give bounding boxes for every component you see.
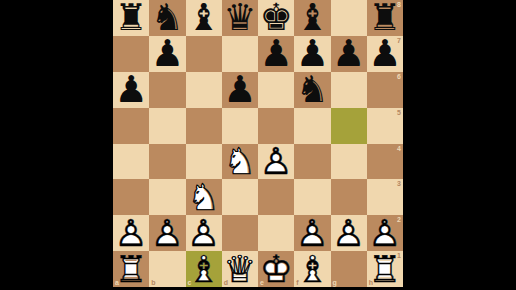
piece-glyph-fill: ♝ [294, 0, 330, 36]
square-e1[interactable]: e♚♔ [258, 251, 294, 287]
square-d4[interactable]: ♞♘ [222, 144, 258, 180]
square-a3[interactable] [113, 179, 149, 215]
square-d6[interactable]: ♟ [222, 72, 258, 108]
square-b2[interactable]: ♟♙ [149, 215, 185, 251]
square-f6[interactable]: ♞ [294, 72, 330, 108]
square-d7[interactable] [222, 36, 258, 72]
piece-glyph-fill: ♜ [113, 0, 149, 36]
square-d2[interactable] [222, 215, 258, 251]
coord-file-e: e [260, 279, 264, 286]
square-c8[interactable]: ♝ [186, 0, 222, 36]
square-h4[interactable]: 4 [367, 144, 403, 180]
piece-black-bishop[interactable]: ♝ [294, 0, 330, 36]
piece-glyph-fill: ♚ [258, 0, 294, 36]
piece-glyph-outline: ♘ [222, 144, 258, 180]
coord-file-f: f [296, 279, 298, 286]
piece-black-pawn[interactable]: ♟ [113, 72, 149, 108]
piece-glyph-fill: ♝ [186, 0, 222, 36]
coord-rank-2: 2 [397, 216, 401, 223]
square-c3[interactable]: ♞♘ [186, 179, 222, 215]
square-c4[interactable] [186, 144, 222, 180]
coord-file-d: d [224, 279, 228, 286]
piece-black-pawn[interactable]: ♟ [331, 36, 367, 72]
square-g6[interactable] [331, 72, 367, 108]
app-screen: ♜♞♝♛♚♝8♜♟♟♟♟7♟♟♟♞65♞♘♟♙4♞♘3♟♙♟♙♟♙♟♙♟♙2♟♙… [0, 0, 516, 290]
chess-board: ♜♞♝♛♚♝8♜♟♟♟♟7♟♟♟♞65♞♘♟♙4♞♘3♟♙♟♙♟♙♟♙♟♙2♟♙… [113, 0, 403, 287]
piece-glyph-outline: ♗ [294, 251, 330, 287]
coord-rank-5: 5 [397, 109, 401, 116]
square-b3[interactable] [149, 179, 185, 215]
coord-file-c: c [188, 279, 192, 286]
square-h1[interactable]: 1h♜♖ [367, 251, 403, 287]
square-c7[interactable] [186, 36, 222, 72]
square-h2[interactable]: 2♟♙ [367, 215, 403, 251]
square-e5[interactable] [258, 108, 294, 144]
piece-glyph-outline: ♙ [113, 215, 149, 251]
square-c1[interactable]: c♝♗ [186, 251, 222, 287]
letterbox-left [0, 0, 113, 290]
square-c5[interactable] [186, 108, 222, 144]
piece-black-rook[interactable]: ♜ [113, 0, 149, 36]
piece-white-knight[interactable]: ♞♘ [222, 144, 258, 180]
square-a2[interactable]: ♟♙ [113, 215, 149, 251]
square-a1[interactable]: a♜♖ [113, 251, 149, 287]
piece-white-pawn[interactable]: ♟♙ [186, 215, 222, 251]
coord-file-b: b [151, 279, 155, 286]
square-f4[interactable] [294, 144, 330, 180]
square-b1[interactable]: b [149, 251, 185, 287]
square-c6[interactable] [186, 72, 222, 108]
piece-glyph-outline: ♙ [258, 144, 294, 180]
square-c2[interactable]: ♟♙ [186, 215, 222, 251]
piece-black-pawn[interactable]: ♟ [294, 36, 330, 72]
square-g8[interactable] [331, 0, 367, 36]
square-a5[interactable] [113, 108, 149, 144]
piece-white-bishop[interactable]: ♝♗ [294, 251, 330, 287]
square-f8[interactable]: ♝ [294, 0, 330, 36]
piece-black-knight[interactable]: ♞ [149, 0, 185, 36]
square-a4[interactable] [113, 144, 149, 180]
square-g5[interactable] [331, 108, 367, 144]
piece-glyph-fill: ♞ [294, 72, 330, 108]
piece-glyph-fill: ♟ [222, 72, 258, 108]
square-b7[interactable]: ♟ [149, 36, 185, 72]
piece-glyph-fill: ♞ [149, 0, 185, 36]
piece-black-bishop[interactable]: ♝ [186, 0, 222, 36]
coord-rank-6: 6 [397, 73, 401, 80]
square-f1[interactable]: f♝♗ [294, 251, 330, 287]
square-h3[interactable]: 3 [367, 179, 403, 215]
square-e3[interactable] [258, 179, 294, 215]
coord-file-a: a [115, 279, 119, 286]
piece-white-pawn[interactable]: ♟♙ [113, 215, 149, 251]
square-e6[interactable] [258, 72, 294, 108]
square-a8[interactable]: ♜ [113, 0, 149, 36]
piece-glyph-fill: ♛ [222, 0, 258, 36]
piece-black-queen[interactable]: ♛ [222, 0, 258, 36]
square-h7[interactable]: 7♟ [367, 36, 403, 72]
coord-rank-4: 4 [397, 145, 401, 152]
square-d3[interactable] [222, 179, 258, 215]
piece-white-knight[interactable]: ♞♘ [186, 179, 222, 215]
piece-white-pawn[interactable]: ♟♙ [294, 215, 330, 251]
coord-file-g: g [333, 279, 337, 286]
square-b4[interactable] [149, 144, 185, 180]
square-g2[interactable]: ♟♙ [331, 215, 367, 251]
square-h5[interactable]: 5 [367, 108, 403, 144]
square-a6[interactable]: ♟ [113, 72, 149, 108]
piece-glyph-fill: ♟ [113, 72, 149, 108]
square-f5[interactable] [294, 108, 330, 144]
piece-glyph-fill: ♟ [294, 36, 330, 72]
square-g3[interactable] [331, 179, 367, 215]
square-e8[interactable]: ♚ [258, 0, 294, 36]
piece-glyph-outline: ♘ [186, 179, 222, 215]
square-h6[interactable]: 6 [367, 72, 403, 108]
square-f7[interactable]: ♟ [294, 36, 330, 72]
letterbox-right [403, 0, 516, 290]
piece-black-pawn[interactable]: ♟ [222, 72, 258, 108]
coord-rank-8: 8 [397, 1, 401, 8]
piece-black-king[interactable]: ♚ [258, 0, 294, 36]
piece-glyph-outline: ♙ [149, 215, 185, 251]
square-g7[interactable]: ♟ [331, 36, 367, 72]
piece-glyph-outline: ♙ [331, 215, 367, 251]
square-d8[interactable]: ♛ [222, 0, 258, 36]
coord-rank-3: 3 [397, 180, 401, 187]
square-h8[interactable]: 8♜ [367, 0, 403, 36]
square-f2[interactable]: ♟♙ [294, 215, 330, 251]
square-b6[interactable] [149, 72, 185, 108]
piece-white-pawn[interactable]: ♟♙ [149, 215, 185, 251]
square-g4[interactable] [331, 144, 367, 180]
square-e7[interactable]: ♟ [258, 36, 294, 72]
square-a7[interactable] [113, 36, 149, 72]
square-b8[interactable]: ♞ [149, 0, 185, 36]
piece-black-pawn[interactable]: ♟ [258, 36, 294, 72]
piece-glyph-fill: ♟ [331, 36, 367, 72]
coord-rank-1: 1 [397, 252, 401, 259]
square-e2[interactable] [258, 215, 294, 251]
piece-white-pawn[interactable]: ♟♙ [258, 144, 294, 180]
square-d1[interactable]: d♛♕ [222, 251, 258, 287]
piece-white-pawn[interactable]: ♟♙ [331, 215, 367, 251]
piece-glyph-outline: ♙ [294, 215, 330, 251]
coord-rank-7: 7 [397, 37, 401, 44]
piece-glyph-outline: ♙ [186, 215, 222, 251]
square-e4[interactable]: ♟♙ [258, 144, 294, 180]
piece-glyph-fill: ♟ [149, 36, 185, 72]
square-b5[interactable] [149, 108, 185, 144]
square-g1[interactable]: g [331, 251, 367, 287]
square-d5[interactable] [222, 108, 258, 144]
piece-black-pawn[interactable]: ♟ [149, 36, 185, 72]
piece-glyph-fill: ♟ [258, 36, 294, 72]
coord-file-h: h [369, 279, 373, 286]
square-f3[interactable] [294, 179, 330, 215]
piece-black-knight[interactable]: ♞ [294, 72, 330, 108]
